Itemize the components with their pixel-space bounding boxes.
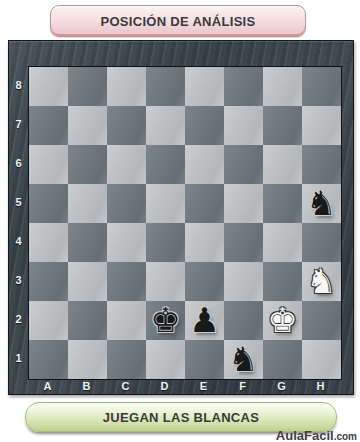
square-f5 — [224, 184, 263, 223]
square-d6 — [146, 145, 185, 184]
square-a6 — [29, 145, 68, 184]
rank-label-1: 1 — [9, 339, 28, 378]
square-f1: ♞ — [224, 340, 263, 379]
chess-board: ♞♞♚♟♚♞ — [28, 66, 342, 380]
rank-label-8: 8 — [9, 66, 28, 105]
brand-name: AulaFacil — [276, 428, 334, 442]
square-b1 — [68, 340, 107, 379]
square-e7 — [185, 106, 224, 145]
square-h5: ♞ — [302, 184, 341, 223]
white-knight-h3: ♞ — [306, 262, 336, 301]
square-a3 — [29, 262, 68, 301]
square-b8 — [68, 67, 107, 106]
square-g7 — [263, 106, 302, 145]
square-b4 — [68, 223, 107, 262]
file-label-c: C — [106, 379, 145, 394]
square-h3: ♞ — [302, 262, 341, 301]
square-e8 — [185, 67, 224, 106]
aulafacil-brand-link[interactable]: AulaFacil.com — [276, 426, 357, 442]
square-f3 — [224, 262, 263, 301]
rank-labels: 87654321 — [9, 66, 28, 378]
file-label-g: G — [262, 379, 301, 394]
file-label-f: F — [223, 379, 262, 394]
file-label-d: D — [145, 379, 184, 394]
square-a4 — [29, 223, 68, 262]
rank-label-2: 2 — [9, 300, 28, 339]
square-h6 — [302, 145, 341, 184]
square-g4 — [263, 223, 302, 262]
square-g3 — [263, 262, 302, 301]
square-a1 — [29, 340, 68, 379]
square-h1 — [302, 340, 341, 379]
square-b6 — [68, 145, 107, 184]
black-knight-f1: ♞ — [228, 340, 258, 379]
square-c3 — [107, 262, 146, 301]
rank-label-3: 3 — [9, 261, 28, 300]
file-label-b: B — [67, 379, 106, 394]
square-a7 — [29, 106, 68, 145]
file-labels: ABCDEFGH — [28, 379, 340, 394]
square-d1 — [146, 340, 185, 379]
square-h7 — [302, 106, 341, 145]
black-knight-h5: ♞ — [306, 184, 336, 223]
square-d3 — [146, 262, 185, 301]
square-g6 — [263, 145, 302, 184]
square-c2 — [107, 301, 146, 340]
square-b3 — [68, 262, 107, 301]
square-e2: ♟ — [185, 301, 224, 340]
file-label-h: H — [301, 379, 340, 394]
white-king-g2: ♚ — [267, 301, 297, 340]
square-g8 — [263, 67, 302, 106]
black-pawn-e2: ♟ — [189, 301, 219, 340]
square-e1 — [185, 340, 224, 379]
square-e3 — [185, 262, 224, 301]
white-to-move-title: JUEGAN LAS BLANCAS — [103, 410, 259, 425]
square-b7 — [68, 106, 107, 145]
square-e5 — [185, 184, 224, 223]
square-c6 — [107, 145, 146, 184]
square-d2: ♚ — [146, 301, 185, 340]
rank-label-7: 7 — [9, 105, 28, 144]
square-d8 — [146, 67, 185, 106]
square-c4 — [107, 223, 146, 262]
square-f7 — [224, 106, 263, 145]
square-f2 — [224, 301, 263, 340]
chess-board-frame: 87654321 ♞♞♚♟♚♞ ABCDEFGH — [8, 40, 354, 395]
square-f8 — [224, 67, 263, 106]
square-e6 — [185, 145, 224, 184]
file-label-e: E — [184, 379, 223, 394]
square-c7 — [107, 106, 146, 145]
square-a8 — [29, 67, 68, 106]
black-king-d2: ♚ — [150, 301, 180, 340]
square-c8 — [107, 67, 146, 106]
square-a2 — [29, 301, 68, 340]
square-g1 — [263, 340, 302, 379]
rank-label-4: 4 — [9, 222, 28, 261]
square-a5 — [29, 184, 68, 223]
square-h4 — [302, 223, 341, 262]
rank-label-6: 6 — [9, 144, 28, 183]
square-b5 — [68, 184, 107, 223]
square-g2: ♚ — [263, 301, 302, 340]
square-e4 — [185, 223, 224, 262]
square-c1 — [107, 340, 146, 379]
square-h8 — [302, 67, 341, 106]
square-d4 — [146, 223, 185, 262]
analysis-position-banner: POSICIÓN DE ANÁLISIS — [50, 5, 306, 37]
square-d7 — [146, 106, 185, 145]
file-label-a: A — [28, 379, 67, 394]
square-f6 — [224, 145, 263, 184]
rank-label-5: 5 — [9, 183, 28, 222]
square-h2 — [302, 301, 341, 340]
square-c5 — [107, 184, 146, 223]
square-d5 — [146, 184, 185, 223]
square-g5 — [263, 184, 302, 223]
brand-suffix: .com — [334, 431, 357, 442]
analysis-position-title: POSICIÓN DE ANÁLISIS — [100, 14, 255, 29]
square-f4 — [224, 223, 263, 262]
square-b2 — [68, 301, 107, 340]
